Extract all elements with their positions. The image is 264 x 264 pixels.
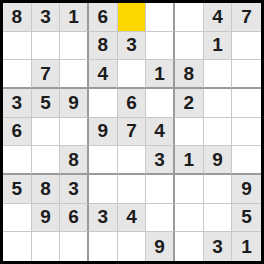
cell-r2c2[interactable]: [32, 32, 61, 61]
cell-r9c9[interactable]: 1: [232, 232, 261, 261]
cell-r1c8[interactable]: 4: [204, 3, 233, 32]
cell-r4c1[interactable]: 3: [3, 89, 32, 118]
cell-r2c1[interactable]: [3, 32, 32, 61]
cell-r8c3[interactable]: 6: [60, 204, 89, 233]
cell-r5c4[interactable]: 9: [89, 118, 118, 147]
cell-r6c9[interactable]: [232, 146, 261, 175]
cell-r8c7[interactable]: [175, 204, 204, 233]
cell-r6c5[interactable]: [118, 146, 147, 175]
cell-r6c1[interactable]: [3, 146, 32, 175]
cell-r1c4[interactable]: 6: [89, 3, 118, 32]
cell-r8c2[interactable]: 9: [32, 204, 61, 233]
cell-r1c1[interactable]: 8: [3, 3, 32, 32]
cell-r2c3[interactable]: [60, 32, 89, 61]
cell-r3c1[interactable]: [3, 60, 32, 89]
cell-r7c8[interactable]: [204, 175, 233, 204]
cell-r3c6[interactable]: 1: [146, 60, 175, 89]
cell-r6c6[interactable]: 3: [146, 146, 175, 175]
cell-r5c2[interactable]: [32, 118, 61, 147]
cell-r3c5[interactable]: [118, 60, 147, 89]
cell-r2c7[interactable]: [175, 32, 204, 61]
cell-r6c8[interactable]: 9: [204, 146, 233, 175]
cell-r7c7[interactable]: [175, 175, 204, 204]
cell-r7c4[interactable]: [89, 175, 118, 204]
cell-r3c7[interactable]: 8: [175, 60, 204, 89]
cell-r5c5[interactable]: 7: [118, 118, 147, 147]
sudoku-board: 83164783174183596269748319583996345931: [0, 0, 264, 264]
cell-r5c3[interactable]: [60, 118, 89, 147]
cell-r9c2[interactable]: [32, 232, 61, 261]
cell-r5c7[interactable]: [175, 118, 204, 147]
cell-r8c8[interactable]: [204, 204, 233, 233]
cell-r7c1[interactable]: 5: [3, 175, 32, 204]
cell-r6c3[interactable]: 8: [60, 146, 89, 175]
cell-r2c4[interactable]: 8: [89, 32, 118, 61]
cell-r5c8[interactable]: [204, 118, 233, 147]
cell-r8c4[interactable]: 3: [89, 204, 118, 233]
cell-r7c6[interactable]: [146, 175, 175, 204]
cell-r1c2[interactable]: 3: [32, 3, 61, 32]
cell-r3c8[interactable]: [204, 60, 233, 89]
cell-r3c3[interactable]: [60, 60, 89, 89]
cell-r2c5[interactable]: 3: [118, 32, 147, 61]
cell-r4c4[interactable]: [89, 89, 118, 118]
cell-r2c9[interactable]: [232, 32, 261, 61]
cell-r8c1[interactable]: [3, 204, 32, 233]
cell-r5c6[interactable]: 4: [146, 118, 175, 147]
cell-r9c1[interactable]: [3, 232, 32, 261]
cell-r6c7[interactable]: 1: [175, 146, 204, 175]
cell-r8c6[interactable]: [146, 204, 175, 233]
cell-r1c5[interactable]: [118, 3, 147, 32]
cell-r3c4[interactable]: 4: [89, 60, 118, 89]
cell-r3c2[interactable]: 7: [32, 60, 61, 89]
cell-r4c5[interactable]: 6: [118, 89, 147, 118]
cell-r9c4[interactable]: [89, 232, 118, 261]
cell-r4c3[interactable]: 9: [60, 89, 89, 118]
cell-r7c2[interactable]: 8: [32, 175, 61, 204]
cell-r2c8[interactable]: 1: [204, 32, 233, 61]
cell-r7c3[interactable]: 3: [60, 175, 89, 204]
cell-r1c6[interactable]: [146, 3, 175, 32]
cell-r8c5[interactable]: 4: [118, 204, 147, 233]
cell-r9c8[interactable]: 3: [204, 232, 233, 261]
cell-r4c8[interactable]: [204, 89, 233, 118]
cell-r4c6[interactable]: [146, 89, 175, 118]
cell-r7c9[interactable]: 9: [232, 175, 261, 204]
cell-r3c9[interactable]: [232, 60, 261, 89]
cell-r9c5[interactable]: [118, 232, 147, 261]
cell-r9c7[interactable]: [175, 232, 204, 261]
cell-r6c4[interactable]: [89, 146, 118, 175]
cell-r9c3[interactable]: [60, 232, 89, 261]
cell-r1c7[interactable]: [175, 3, 204, 32]
cell-r5c1[interactable]: 6: [3, 118, 32, 147]
cell-r2c6[interactable]: [146, 32, 175, 61]
cell-r5c9[interactable]: [232, 118, 261, 147]
cell-r8c9[interactable]: 5: [232, 204, 261, 233]
cell-r4c7[interactable]: 2: [175, 89, 204, 118]
cell-r1c3[interactable]: 1: [60, 3, 89, 32]
cell-r6c2[interactable]: [32, 146, 61, 175]
cell-r4c2[interactable]: 5: [32, 89, 61, 118]
cell-r9c6[interactable]: 9: [146, 232, 175, 261]
cell-r1c9[interactable]: 7: [232, 3, 261, 32]
cell-r7c5[interactable]: [118, 175, 147, 204]
cell-r4c9[interactable]: [232, 89, 261, 118]
